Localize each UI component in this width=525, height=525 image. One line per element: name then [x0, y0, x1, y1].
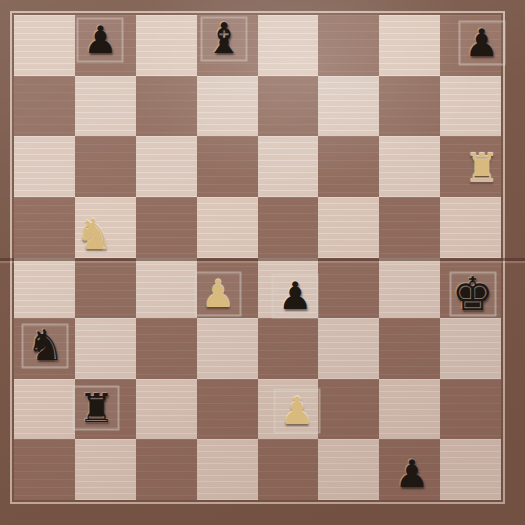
piece-white-rook-h6[interactable]: ♜: [464, 148, 500, 188]
piece-black-pawn-e4[interactable]: ♟: [278, 277, 312, 315]
piece-white-knight-b5[interactable]: ♞: [75, 214, 113, 256]
piece-black-knight-a3[interactable]: ♞: [27, 325, 65, 367]
piece-black-rook-b2[interactable]: ♜: [78, 388, 114, 428]
piece-black-pawn-g1[interactable]: ♟: [395, 455, 429, 493]
piece-black-bishop-d8[interactable]: ♝: [205, 18, 243, 60]
piece-black-pawn-b8[interactable]: ♟: [83, 21, 117, 59]
piece-white-pawn-d4[interactable]: ♟: [201, 275, 235, 313]
pieces-layer: ♟♝♟♜♞♟♟♚♞♜♟♟: [0, 0, 525, 525]
piece-black-king-h4[interactable]: ♚: [452, 271, 493, 317]
piece-black-pawn-h8[interactable]: ♟: [465, 24, 499, 62]
chessboard-photo: ♟♝♟♜♞♟♟♚♞♜♟♟: [0, 0, 525, 525]
piece-white-pawn-e2[interactable]: ♟: [280, 392, 314, 430]
